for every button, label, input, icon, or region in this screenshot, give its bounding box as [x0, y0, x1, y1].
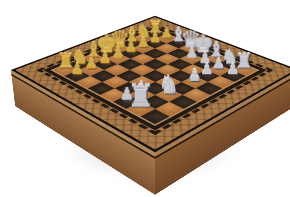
silver-pawn: ♟ [226, 62, 240, 77]
silver-pawn: ♟ [200, 62, 214, 77]
silver-pawn: ♟ [188, 68, 202, 84]
silver-knight: ♞ [158, 74, 179, 98]
gold-pawn: ♟ [85, 57, 98, 72]
gold-pawn: ♟ [137, 36, 150, 50]
chess-set-photo: ♜♟♝♛♚♝♞♜♞♟♟♟♟♟♝♟♟♛♟♟♚♟♝♟♞♞♟♟♜♟♟♜ [0, 0, 290, 197]
gold-pawn: ♟ [149, 31, 161, 45]
silver-pawn: ♟ [212, 57, 225, 72]
board-squares: ♜♟♝♛♚♝♞♜♞♟♟♟♟♟♝♟♟♛♟♟♚♟♝♟♞♞♟♟♜♟♟♜ [53, 30, 257, 124]
gold-pawn: ♟ [98, 51, 111, 66]
gold-pawn: ♟ [112, 46, 125, 60]
square [195, 82, 222, 95]
gold-pawn: ♟ [70, 62, 84, 77]
silver-pawn: ♟ [185, 46, 198, 60]
silver-rook: ♜ [127, 81, 155, 112]
gold-pawn: ♟ [124, 41, 137, 55]
